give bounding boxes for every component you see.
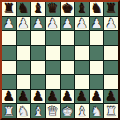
square-a3[interactable]: [2, 75, 16, 89]
square-b1[interactable]: ♞: [17, 104, 31, 118]
square-c1[interactable]: ♝: [31, 104, 45, 118]
piece-white-bishop: ♝: [76, 104, 88, 117]
square-g5[interactable]: [90, 46, 104, 60]
square-e1[interactable]: ♚: [61, 104, 75, 118]
square-g3[interactable]: [90, 75, 104, 89]
piece-black-bishop: ♝: [32, 2, 44, 15]
square-d1[interactable]: ♛: [46, 104, 60, 118]
square-b3[interactable]: [17, 75, 31, 89]
piece-black-pawn: ♟: [61, 90, 73, 103]
piece-white-pawn: ♟: [32, 17, 44, 30]
square-a8[interactable]: ♜: [2, 2, 16, 16]
square-g4[interactable]: [90, 61, 104, 75]
square-h8[interactable]: ♜: [104, 2, 118, 16]
square-h2[interactable]: ♟: [104, 90, 118, 104]
square-g7[interactable]: ♟: [90, 17, 104, 31]
piece-white-pawn: ♟: [91, 17, 103, 30]
chess-board: ♜♞♝♛♚♝♞♜♟♟♟♟♟♟♟♟♟♟♟♟♟♟♟♟♜♞♝♛♚♝♞♜: [0, 0, 120, 120]
piece-white-pawn: ♟: [18, 17, 30, 30]
piece-black-pawn: ♟: [32, 90, 44, 103]
square-c5[interactable]: [31, 46, 45, 60]
square-c7[interactable]: ♟: [31, 17, 45, 31]
square-h7[interactable]: ♟: [104, 17, 118, 31]
square-f2[interactable]: ♟: [75, 90, 89, 104]
square-d6[interactable]: [46, 31, 60, 45]
square-f8[interactable]: ♝: [75, 2, 89, 16]
square-e8[interactable]: ♚: [61, 2, 75, 16]
square-f6[interactable]: [75, 31, 89, 45]
square-f4[interactable]: [75, 61, 89, 75]
square-e5[interactable]: [61, 46, 75, 60]
square-h4[interactable]: [104, 61, 118, 75]
square-b6[interactable]: [17, 31, 31, 45]
square-c8[interactable]: ♝: [31, 2, 45, 16]
piece-black-bishop: ♝: [76, 2, 88, 15]
piece-white-pawn: ♟: [76, 17, 88, 30]
square-d3[interactable]: [46, 75, 60, 89]
square-g8[interactable]: ♞: [90, 2, 104, 16]
square-b4[interactable]: [17, 61, 31, 75]
square-h1[interactable]: ♜: [104, 104, 118, 118]
piece-black-pawn: ♟: [3, 90, 15, 103]
piece-black-queen: ♛: [47, 2, 59, 15]
piece-white-pawn: ♟: [105, 17, 117, 30]
square-b8[interactable]: ♞: [17, 2, 31, 16]
square-c3[interactable]: [31, 75, 45, 89]
square-h5[interactable]: [104, 46, 118, 60]
square-a5[interactable]: [2, 46, 16, 60]
piece-white-bishop: ♝: [32, 104, 44, 117]
square-a6[interactable]: [2, 31, 16, 45]
square-b7[interactable]: ♟: [17, 17, 31, 31]
square-e3[interactable]: [61, 75, 75, 89]
piece-black-pawn: ♟: [76, 90, 88, 103]
square-b5[interactable]: [17, 46, 31, 60]
piece-black-king: ♚: [61, 2, 73, 15]
square-c6[interactable]: [31, 31, 45, 45]
piece-white-pawn: ♟: [3, 17, 15, 30]
square-f7[interactable]: ♟: [75, 17, 89, 31]
chess-app: ♜♞♝♛♚♝♞♜♟♟♟♟♟♟♟♟♟♟♟♟♟♟♟♟♜♞♝♛♚♝♞♜: [0, 0, 120, 120]
square-e7[interactable]: ♟: [61, 17, 75, 31]
square-g1[interactable]: ♞: [90, 104, 104, 118]
square-b2[interactable]: ♟: [17, 90, 31, 104]
square-e2[interactable]: ♟: [61, 90, 75, 104]
square-a7[interactable]: ♟: [2, 17, 16, 31]
piece-white-rook: ♜: [3, 104, 15, 117]
square-f5[interactable]: [75, 46, 89, 60]
square-e4[interactable]: [61, 61, 75, 75]
square-e6[interactable]: [61, 31, 75, 45]
piece-black-rook: ♜: [105, 2, 117, 15]
piece-black-pawn: ♟: [105, 90, 117, 103]
square-h3[interactable]: [104, 75, 118, 89]
piece-black-pawn: ♟: [47, 90, 59, 103]
square-d5[interactable]: [46, 46, 60, 60]
square-d2[interactable]: ♟: [46, 90, 60, 104]
square-c2[interactable]: ♟: [31, 90, 45, 104]
square-c4[interactable]: [31, 61, 45, 75]
square-d7[interactable]: ♟: [46, 17, 60, 31]
piece-black-knight: ♞: [91, 2, 103, 15]
piece-black-pawn: ♟: [18, 90, 30, 103]
square-f3[interactable]: [75, 75, 89, 89]
square-g2[interactable]: ♟: [90, 90, 104, 104]
piece-white-king: ♚: [61, 104, 73, 117]
square-f1[interactable]: ♝: [75, 104, 89, 118]
square-d8[interactable]: ♛: [46, 2, 60, 16]
piece-black-pawn: ♟: [91, 90, 103, 103]
square-d4[interactable]: [46, 61, 60, 75]
square-a4[interactable]: [2, 61, 16, 75]
piece-black-rook: ♜: [3, 2, 15, 15]
square-a1[interactable]: ♜: [2, 104, 16, 118]
piece-white-rook: ♜: [105, 104, 117, 117]
piece-white-pawn: ♟: [61, 17, 73, 30]
piece-white-knight: ♞: [18, 104, 30, 117]
piece-black-knight: ♞: [18, 2, 30, 15]
piece-white-pawn: ♟: [47, 17, 59, 30]
piece-white-knight: ♞: [91, 104, 103, 117]
square-h6[interactable]: [104, 31, 118, 45]
piece-white-queen: ♛: [47, 104, 59, 117]
square-a2[interactable]: ♟: [2, 90, 16, 104]
square-g6[interactable]: [90, 31, 104, 45]
